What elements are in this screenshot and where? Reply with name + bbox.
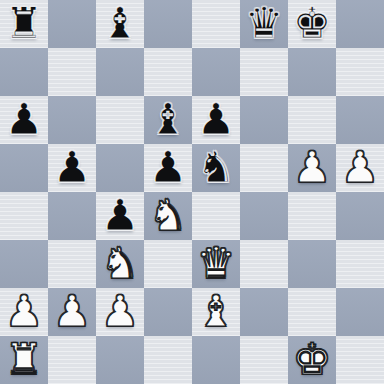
square-d7[interactable] — [144, 48, 192, 96]
chess-board: ♜♝♛♚♟♝♟♟♟♞♟♟♟♞♞♛♟♟♟♝♜♚ — [0, 0, 384, 384]
square-f1[interactable] — [240, 336, 288, 384]
square-g4[interactable] — [288, 192, 336, 240]
square-e2[interactable]: ♝ — [192, 288, 240, 336]
square-a7[interactable] — [0, 48, 48, 96]
square-a2[interactable]: ♟ — [0, 288, 48, 336]
square-g7[interactable] — [288, 48, 336, 96]
square-h5[interactable]: ♟ — [336, 144, 384, 192]
piece-white-knight[interactable]: ♞ — [101, 239, 140, 287]
square-f8[interactable]: ♛ — [240, 0, 288, 48]
square-e3[interactable]: ♛ — [192, 240, 240, 288]
square-f6[interactable] — [240, 96, 288, 144]
square-e7[interactable] — [192, 48, 240, 96]
square-g6[interactable] — [288, 96, 336, 144]
piece-white-pawn[interactable]: ♟ — [5, 287, 44, 335]
square-d8[interactable] — [144, 0, 192, 48]
square-b2[interactable]: ♟ — [48, 288, 96, 336]
square-d4[interactable]: ♞ — [144, 192, 192, 240]
square-h3[interactable] — [336, 240, 384, 288]
square-b6[interactable] — [48, 96, 96, 144]
square-c3[interactable]: ♞ — [96, 240, 144, 288]
square-b7[interactable] — [48, 48, 96, 96]
square-e5[interactable]: ♞ — [192, 144, 240, 192]
square-c4[interactable]: ♟ — [96, 192, 144, 240]
square-c8[interactable]: ♝ — [96, 0, 144, 48]
piece-white-pawn[interactable]: ♟ — [341, 143, 380, 191]
piece-black-bishop[interactable]: ♝ — [101, 0, 140, 47]
piece-white-knight[interactable]: ♞ — [149, 191, 188, 239]
square-f4[interactable] — [240, 192, 288, 240]
piece-black-king[interactable]: ♚ — [293, 0, 332, 47]
square-b3[interactable] — [48, 240, 96, 288]
piece-black-pawn[interactable]: ♟ — [197, 95, 236, 143]
square-b4[interactable] — [48, 192, 96, 240]
square-h2[interactable] — [336, 288, 384, 336]
square-b5[interactable]: ♟ — [48, 144, 96, 192]
piece-black-pawn[interactable]: ♟ — [149, 143, 188, 191]
square-b1[interactable] — [48, 336, 96, 384]
square-h6[interactable] — [336, 96, 384, 144]
piece-white-pawn[interactable]: ♟ — [101, 287, 140, 335]
square-c7[interactable] — [96, 48, 144, 96]
piece-white-bishop[interactable]: ♝ — [197, 287, 236, 335]
square-e1[interactable] — [192, 336, 240, 384]
piece-white-rook[interactable]: ♜ — [5, 335, 44, 383]
square-c6[interactable] — [96, 96, 144, 144]
square-d3[interactable] — [144, 240, 192, 288]
square-f5[interactable] — [240, 144, 288, 192]
square-h7[interactable] — [336, 48, 384, 96]
piece-black-pawn[interactable]: ♟ — [5, 95, 44, 143]
square-g8[interactable]: ♚ — [288, 0, 336, 48]
square-f3[interactable] — [240, 240, 288, 288]
square-a3[interactable] — [0, 240, 48, 288]
square-g2[interactable] — [288, 288, 336, 336]
piece-black-knight[interactable]: ♞ — [197, 143, 236, 191]
square-c5[interactable] — [96, 144, 144, 192]
piece-black-bishop[interactable]: ♝ — [149, 95, 188, 143]
piece-black-queen[interactable]: ♛ — [245, 0, 284, 47]
square-g3[interactable] — [288, 240, 336, 288]
square-c2[interactable]: ♟ — [96, 288, 144, 336]
piece-black-pawn[interactable]: ♟ — [101, 191, 140, 239]
square-c1[interactable] — [96, 336, 144, 384]
square-h1[interactable] — [336, 336, 384, 384]
square-h4[interactable] — [336, 192, 384, 240]
square-g5[interactable]: ♟ — [288, 144, 336, 192]
square-a1[interactable]: ♜ — [0, 336, 48, 384]
square-h8[interactable] — [336, 0, 384, 48]
square-d1[interactable] — [144, 336, 192, 384]
piece-black-rook[interactable]: ♜ — [5, 0, 44, 47]
square-d5[interactable]: ♟ — [144, 144, 192, 192]
square-f2[interactable] — [240, 288, 288, 336]
square-e6[interactable]: ♟ — [192, 96, 240, 144]
square-a4[interactable] — [0, 192, 48, 240]
square-e8[interactable] — [192, 0, 240, 48]
square-a6[interactable]: ♟ — [0, 96, 48, 144]
square-b8[interactable] — [48, 0, 96, 48]
square-d2[interactable] — [144, 288, 192, 336]
piece-white-pawn[interactable]: ♟ — [293, 143, 332, 191]
piece-white-pawn[interactable]: ♟ — [53, 287, 92, 335]
square-g1[interactable]: ♚ — [288, 336, 336, 384]
square-d6[interactable]: ♝ — [144, 96, 192, 144]
piece-black-pawn[interactable]: ♟ — [53, 143, 92, 191]
square-f7[interactable] — [240, 48, 288, 96]
square-a8[interactable]: ♜ — [0, 0, 48, 48]
square-e4[interactable] — [192, 192, 240, 240]
square-a5[interactable] — [0, 144, 48, 192]
piece-white-king[interactable]: ♚ — [293, 335, 332, 383]
piece-white-queen[interactable]: ♛ — [197, 239, 236, 287]
